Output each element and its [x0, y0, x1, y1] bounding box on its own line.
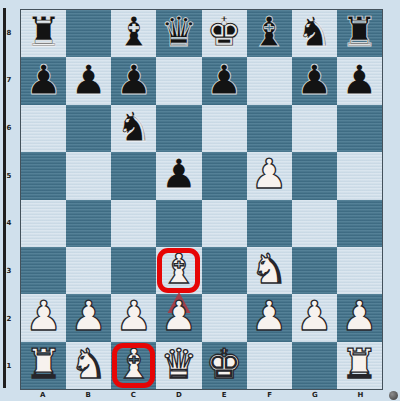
piece-black-rook-h8[interactable]: ♜ — [341, 12, 378, 53]
square-g3[interactable] — [292, 247, 337, 294]
piece-white-bishop-c1[interactable]: ♝ — [115, 344, 152, 385]
square-d3[interactable]: ♝ — [156, 247, 201, 294]
piece-white-pawn-a2[interactable]: ♟ — [25, 296, 62, 337]
square-b1[interactable]: ♞ — [66, 342, 111, 389]
piece-white-rook-a1[interactable]: ♜ — [25, 344, 62, 385]
square-b2[interactable]: ♟ — [66, 294, 111, 341]
rank-label-1: 1 — [2, 342, 16, 390]
rank-label-4: 4 — [2, 200, 16, 248]
square-a7[interactable]: ♟ — [21, 57, 66, 104]
square-a5[interactable] — [21, 152, 66, 199]
piece-white-knight-f3[interactable]: ♞ — [251, 249, 288, 290]
square-h6[interactable] — [337, 105, 382, 152]
piece-white-king-e1[interactable]: ♚ — [206, 344, 243, 385]
square-e6[interactable] — [202, 105, 247, 152]
piece-white-rook-h1[interactable]: ♜ — [341, 344, 378, 385]
file-label-b: B — [65, 390, 110, 401]
piece-white-pawn-d2[interactable]: ♟ — [161, 296, 198, 337]
square-e3[interactable] — [202, 247, 247, 294]
square-g8[interactable]: ♞ — [292, 10, 337, 57]
rank-label-6: 6 — [2, 104, 16, 152]
square-d5[interactable]: ♟ — [156, 152, 201, 199]
square-d6[interactable] — [156, 105, 201, 152]
square-f4[interactable] — [247, 200, 292, 247]
piece-white-pawn-f2[interactable]: ♟ — [251, 296, 288, 337]
square-c2[interactable]: ♟ — [111, 294, 156, 341]
square-c3[interactable] — [111, 247, 156, 294]
rank-labels: 87654321 — [2, 9, 16, 390]
square-a6[interactable] — [21, 105, 66, 152]
rank-label-7: 7 — [2, 57, 16, 105]
square-e8[interactable]: ♚ — [202, 10, 247, 57]
piece-black-rook-a8[interactable]: ♜ — [25, 12, 62, 53]
square-d7[interactable] — [156, 57, 201, 104]
square-b4[interactable] — [66, 200, 111, 247]
square-g1[interactable] — [292, 342, 337, 389]
piece-black-knight-g8[interactable]: ♞ — [296, 12, 333, 53]
piece-black-knight-c6[interactable]: ♞ — [115, 107, 152, 148]
square-f3[interactable]: ♞ — [247, 247, 292, 294]
rank-label-3: 3 — [2, 247, 16, 295]
piece-white-pawn-h2[interactable]: ♟ — [341, 296, 378, 337]
file-label-f: F — [247, 390, 292, 401]
square-f8[interactable]: ♝ — [247, 10, 292, 57]
chess-board: ♜♝♛♚♝♞♜♟♟♟♟♟♟♞♟♟♝♞♟♟♟♟♟♟♟♜♞♝♛♚♜ — [20, 9, 383, 390]
piece-white-pawn-g2[interactable]: ♟ — [296, 296, 333, 337]
square-e5[interactable] — [202, 152, 247, 199]
square-g6[interactable] — [292, 105, 337, 152]
piece-black-pawn-a7[interactable]: ♟ — [25, 60, 62, 101]
square-d2[interactable]: ♟ — [156, 294, 201, 341]
square-h7[interactable]: ♟ — [337, 57, 382, 104]
piece-black-pawn-e7[interactable]: ♟ — [206, 60, 243, 101]
piece-black-king-e8[interactable]: ♚ — [206, 12, 243, 53]
square-a4[interactable] — [21, 200, 66, 247]
square-d1[interactable]: ♛ — [156, 342, 201, 389]
square-a3[interactable] — [21, 247, 66, 294]
square-c1[interactable]: ♝ — [111, 342, 156, 389]
square-c6[interactable]: ♞ — [111, 105, 156, 152]
piece-black-queen-d8[interactable]: ♛ — [161, 12, 198, 53]
square-b8[interactable] — [66, 10, 111, 57]
square-b5[interactable] — [66, 152, 111, 199]
square-a2[interactable]: ♟ — [21, 294, 66, 341]
file-labels: ABCDEFGH — [20, 390, 383, 401]
square-h8[interactable]: ♜ — [337, 10, 382, 57]
square-g7[interactable]: ♟ — [292, 57, 337, 104]
square-f6[interactable] — [247, 105, 292, 152]
square-a1[interactable]: ♜ — [21, 342, 66, 389]
piece-white-bishop-d3[interactable]: ♝ — [161, 249, 198, 290]
file-label-a: A — [20, 390, 65, 401]
square-e4[interactable] — [202, 200, 247, 247]
piece-white-knight-b1[interactable]: ♞ — [70, 344, 107, 385]
piece-black-pawn-b7[interactable]: ♟ — [70, 60, 107, 101]
square-c4[interactable] — [111, 200, 156, 247]
piece-white-queen-d1[interactable]: ♛ — [161, 344, 198, 385]
square-d4[interactable] — [156, 200, 201, 247]
piece-black-bishop-f8[interactable]: ♝ — [251, 12, 288, 53]
piece-black-pawn-d5[interactable]: ♟ — [161, 154, 198, 195]
square-c5[interactable] — [111, 152, 156, 199]
square-e2[interactable] — [202, 294, 247, 341]
square-b3[interactable] — [66, 247, 111, 294]
file-label-h: H — [338, 390, 383, 401]
square-f5[interactable]: ♟ — [247, 152, 292, 199]
square-g4[interactable] — [292, 200, 337, 247]
file-label-e: E — [202, 390, 247, 401]
square-h5[interactable] — [337, 152, 382, 199]
resize-grip-icon[interactable] — [389, 391, 398, 400]
square-c7[interactable]: ♟ — [111, 57, 156, 104]
file-label-d: D — [156, 390, 201, 401]
rank-label-2: 2 — [2, 295, 16, 343]
square-b6[interactable] — [66, 105, 111, 152]
square-f1[interactable] — [247, 342, 292, 389]
square-h4[interactable] — [337, 200, 382, 247]
square-g5[interactable] — [292, 152, 337, 199]
square-h1[interactable]: ♜ — [337, 342, 382, 389]
square-d8[interactable]: ♛ — [156, 10, 201, 57]
square-c8[interactable]: ♝ — [111, 10, 156, 57]
square-h2[interactable]: ♟ — [337, 294, 382, 341]
square-f7[interactable] — [247, 57, 292, 104]
rank-label-8: 8 — [2, 9, 16, 57]
squares-grid: ♜♝♛♚♝♞♜♟♟♟♟♟♟♞♟♟♝♞♟♟♟♟♟♟♟♜♞♝♛♚♜ — [21, 10, 382, 389]
piece-black-bishop-c8[interactable]: ♝ — [115, 12, 152, 53]
square-a8[interactable]: ♜ — [21, 10, 66, 57]
square-g2[interactable]: ♟ — [292, 294, 337, 341]
square-e7[interactable]: ♟ — [202, 57, 247, 104]
file-label-c: C — [111, 390, 156, 401]
piece-white-pawn-c2[interactable]: ♟ — [115, 296, 152, 337]
rank-label-5: 5 — [2, 152, 16, 200]
square-f2[interactable]: ♟ — [247, 294, 292, 341]
piece-black-pawn-g7[interactable]: ♟ — [296, 60, 333, 101]
file-label-g: G — [292, 390, 337, 401]
piece-black-pawn-c7[interactable]: ♟ — [115, 60, 152, 101]
square-b7[interactable]: ♟ — [66, 57, 111, 104]
piece-white-pawn-b2[interactable]: ♟ — [70, 296, 107, 337]
piece-black-pawn-h7[interactable]: ♟ — [341, 60, 378, 101]
piece-white-pawn-f5[interactable]: ♟ — [251, 154, 288, 195]
square-h3[interactable] — [337, 247, 382, 294]
square-e1[interactable]: ♚ — [202, 342, 247, 389]
